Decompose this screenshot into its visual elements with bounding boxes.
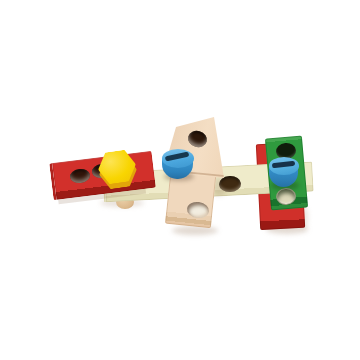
toy-construction-photo — [0, 0, 360, 360]
shadow-under-natural-plank — [172, 226, 218, 235]
